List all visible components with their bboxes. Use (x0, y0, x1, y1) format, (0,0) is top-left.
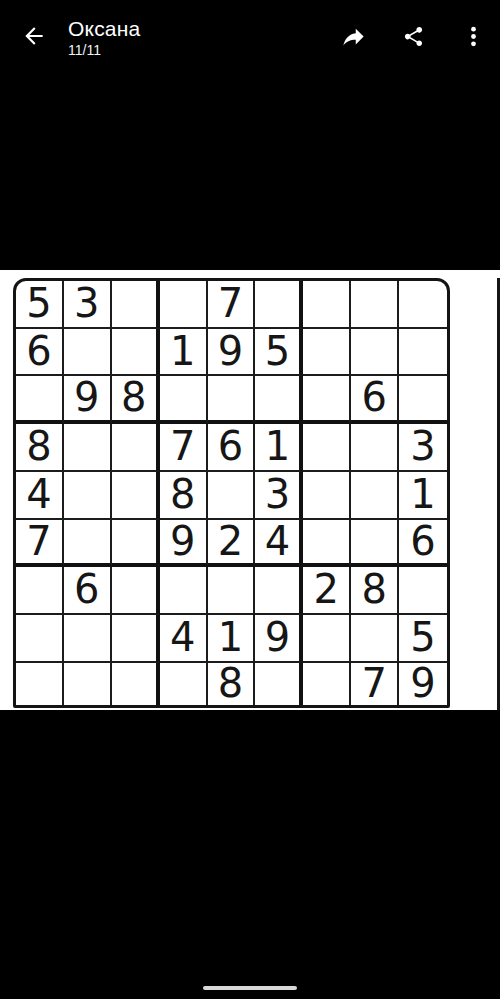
cell-r8c8 (351, 615, 399, 663)
cell-r5c7 (303, 472, 351, 520)
cell-r2c8 (351, 329, 399, 377)
cell-r7c5 (208, 567, 256, 615)
cell-r1c7 (303, 281, 351, 329)
photo-index: 11/11 (68, 42, 339, 59)
cell-r8c4: 4 (160, 615, 208, 663)
cell-r6c8 (351, 520, 399, 568)
cell-r6c3 (112, 520, 160, 568)
cell-r4c9: 3 (399, 424, 447, 472)
cell-r4c5: 6 (208, 424, 256, 472)
cell-r5c2 (64, 472, 112, 520)
cell-r9c2 (64, 663, 112, 705)
overflow-menu-icon (461, 24, 486, 53)
cell-r2c9 (399, 329, 447, 377)
cell-r8c9: 5 (399, 615, 447, 663)
back-arrow-icon (21, 23, 47, 53)
cell-r6c7 (303, 520, 351, 568)
cell-r6c2 (64, 520, 112, 568)
cell-r3c9 (399, 376, 447, 424)
cell-r9c9: 9 (399, 663, 447, 705)
cell-r8c3 (112, 615, 160, 663)
cell-r3c7 (303, 376, 351, 424)
cell-r3c5 (208, 376, 256, 424)
cell-r7c6 (255, 567, 303, 615)
header-actions (339, 24, 500, 52)
cell-r6c6: 4 (255, 520, 303, 568)
cell-r1c4 (160, 281, 208, 329)
photo-viewer-screen: Оксана 11/11 (0, 0, 500, 999)
cell-r5c4: 8 (160, 472, 208, 520)
cell-r5c6: 3 (255, 472, 303, 520)
cell-r2c2 (64, 329, 112, 377)
cell-r9c1 (16, 663, 64, 705)
cell-r6c4: 9 (160, 520, 208, 568)
photo[interactable]: 5376195986876134831792466284195879 (0, 270, 500, 710)
sudoku-grid: 5376195986876134831792466284195879 (13, 278, 450, 708)
cell-r7c9 (399, 567, 447, 615)
header-titles: Оксана 11/11 (68, 17, 339, 59)
cell-r1c8 (351, 281, 399, 329)
cell-r6c9: 6 (399, 520, 447, 568)
cell-r5c9: 1 (399, 472, 447, 520)
cell-r1c3 (112, 281, 160, 329)
cell-r1c2: 3 (64, 281, 112, 329)
cell-r4c4: 7 (160, 424, 208, 472)
cell-r9c6 (255, 663, 303, 705)
cell-r3c8: 6 (351, 376, 399, 424)
cell-r1c9 (399, 281, 447, 329)
cell-r3c3: 8 (112, 376, 160, 424)
cell-r5c1: 4 (16, 472, 64, 520)
cell-r9c8: 7 (351, 663, 399, 705)
cell-r4c1: 8 (16, 424, 64, 472)
cell-r6c5: 2 (208, 520, 256, 568)
cell-r6c1: 7 (16, 520, 64, 568)
cell-r7c1 (16, 567, 64, 615)
cell-r1c5: 7 (208, 281, 256, 329)
cell-r8c2 (64, 615, 112, 663)
cell-r3c1 (16, 376, 64, 424)
cell-r5c8 (351, 472, 399, 520)
cell-r2c7 (303, 329, 351, 377)
share-icon (402, 25, 425, 52)
share-button[interactable] (399, 24, 427, 52)
cell-r4c3 (112, 424, 160, 472)
cell-r3c4 (160, 376, 208, 424)
forward-arrow-icon (340, 23, 367, 54)
header: Оксана 11/11 (0, 0, 500, 76)
cell-r2c3 (112, 329, 160, 377)
cell-r7c4 (160, 567, 208, 615)
cell-r3c6 (255, 376, 303, 424)
cell-r2c6: 5 (255, 329, 303, 377)
cell-r9c7 (303, 663, 351, 705)
contact-name: Оксана (68, 17, 339, 41)
cell-r5c5 (208, 472, 256, 520)
cell-r2c1: 6 (16, 329, 64, 377)
cell-r2c4: 1 (160, 329, 208, 377)
cell-r3c2: 9 (64, 376, 112, 424)
cell-r9c3 (112, 663, 160, 705)
cell-r1c6 (255, 281, 303, 329)
cell-r8c1 (16, 615, 64, 663)
cell-r8c6: 9 (255, 615, 303, 663)
home-indicator[interactable] (203, 986, 297, 990)
back-button[interactable] (10, 14, 58, 62)
cell-r4c8 (351, 424, 399, 472)
cell-r4c2 (64, 424, 112, 472)
cell-r8c7 (303, 615, 351, 663)
cell-r2c5: 9 (208, 329, 256, 377)
cell-r7c2: 6 (64, 567, 112, 615)
cell-r5c3 (112, 472, 160, 520)
cell-r7c7: 2 (303, 567, 351, 615)
overflow-menu-button[interactable] (459, 24, 487, 52)
cell-r1c1: 5 (16, 281, 64, 329)
forward-button[interactable] (339, 24, 367, 52)
cell-r9c5: 8 (208, 663, 256, 705)
cell-r9c4 (160, 663, 208, 705)
cell-r4c6: 1 (255, 424, 303, 472)
cell-r8c5: 1 (208, 615, 256, 663)
cell-r7c8: 8 (351, 567, 399, 615)
cell-r4c7 (303, 424, 351, 472)
cell-r7c3 (112, 567, 160, 615)
